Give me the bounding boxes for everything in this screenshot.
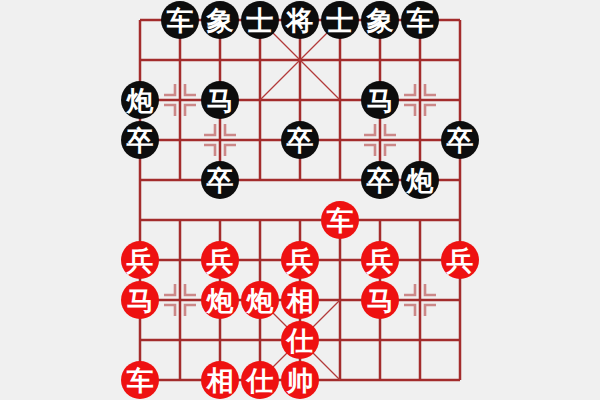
piece-red-soldier[interactable]: 兵 (441, 241, 479, 279)
piece-red-cannon[interactable]: 炮 (201, 281, 239, 319)
piece-red-soldier[interactable]: 兵 (121, 241, 159, 279)
piece-red-elephant[interactable]: 相 (201, 361, 239, 399)
piece-red-horse[interactable]: 马 (121, 281, 159, 319)
piece-black-cannon[interactable]: 炮 (121, 81, 159, 119)
piece-black-soldier[interactable]: 卒 (121, 121, 159, 159)
piece-black-soldier[interactable]: 卒 (361, 161, 399, 199)
piece-red-general[interactable]: 帅 (281, 361, 319, 399)
piece-black-general[interactable]: 将 (281, 1, 319, 39)
piece-red-soldier[interactable]: 兵 (281, 241, 319, 279)
piece-red-soldier[interactable]: 兵 (361, 241, 399, 279)
piece-red-advisor[interactable]: 仕 (241, 361, 279, 399)
piece-black-soldier[interactable]: 卒 (201, 161, 239, 199)
piece-red-horse[interactable]: 马 (361, 281, 399, 319)
piece-black-advisor[interactable]: 士 (321, 1, 359, 39)
piece-black-soldier[interactable]: 卒 (281, 121, 319, 159)
piece-red-cannon[interactable]: 炮 (241, 281, 279, 319)
piece-black-soldier[interactable]: 卒 (441, 121, 479, 159)
piece-red-advisor[interactable]: 仕 (281, 321, 319, 359)
piece-red-soldier[interactable]: 兵 (201, 241, 239, 279)
piece-black-advisor[interactable]: 士 (241, 1, 279, 39)
piece-black-elephant[interactable]: 象 (201, 1, 239, 39)
piece-red-elephant[interactable]: 相 (281, 281, 319, 319)
piece-red-chariot[interactable]: 车 (121, 361, 159, 399)
piece-black-cannon[interactable]: 炮 (401, 161, 439, 199)
piece-black-elephant[interactable]: 象 (361, 1, 399, 39)
piece-black-chariot[interactable]: 车 (161, 1, 199, 39)
xiangqi-board: 车象士将士象车炮马马卒卒卒卒卒炮车兵兵兵兵兵马炮炮相马仕车相仕帅 (0, 0, 600, 400)
piece-black-horse[interactable]: 马 (201, 81, 239, 119)
piece-red-chariot[interactable]: 车 (321, 201, 359, 239)
piece-black-horse[interactable]: 马 (361, 81, 399, 119)
piece-black-chariot[interactable]: 车 (401, 1, 439, 39)
